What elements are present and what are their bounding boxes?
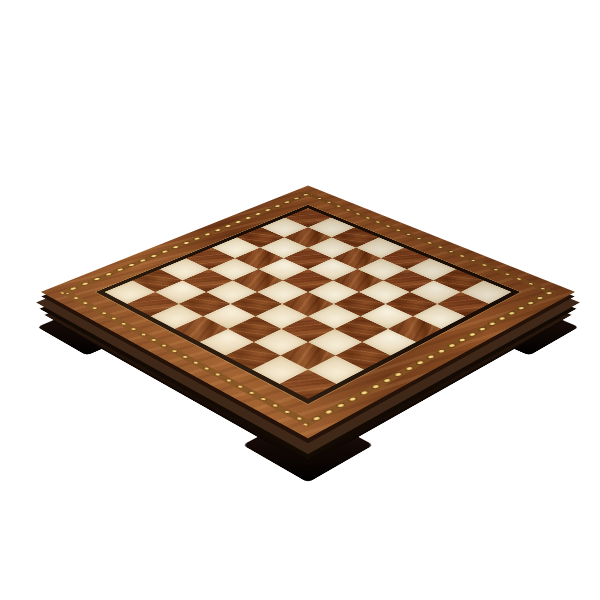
square-e4 — [282, 292, 334, 316]
square-e1 — [200, 329, 254, 356]
square-c2 — [179, 292, 231, 316]
square-h1 — [280, 370, 337, 399]
square-e3 — [256, 304, 308, 329]
square-g4 — [335, 316, 388, 342]
square-d3 — [230, 292, 282, 316]
square-d1 — [175, 316, 228, 342]
square-b1 — [127, 292, 179, 316]
inlay-band-right — [301, 289, 557, 426]
square-f3 — [281, 316, 334, 342]
square-f4 — [308, 304, 360, 329]
square-f1 — [225, 342, 280, 369]
square-f5 — [334, 292, 386, 316]
square-e2 — [228, 316, 281, 342]
square-h6 — [413, 304, 465, 329]
square-h5 — [388, 316, 441, 342]
square-g6 — [386, 292, 438, 316]
square-c1 — [151, 304, 203, 329]
chess-board — [41, 185, 576, 438]
square-h7 — [437, 292, 489, 316]
square-g2 — [280, 342, 335, 369]
square-h3 — [336, 342, 391, 369]
square-h2 — [308, 356, 364, 384]
inlay-band-bottom — [59, 289, 315, 426]
product-photo — [0, 0, 600, 600]
square-h4 — [362, 329, 416, 356]
scene — [0, 0, 600, 600]
square-g5 — [360, 304, 412, 329]
board-top-surface — [41, 185, 576, 438]
square-g3 — [308, 329, 362, 356]
square-d2 — [203, 304, 255, 329]
square-f2 — [254, 329, 308, 356]
square-g1 — [252, 356, 308, 384]
